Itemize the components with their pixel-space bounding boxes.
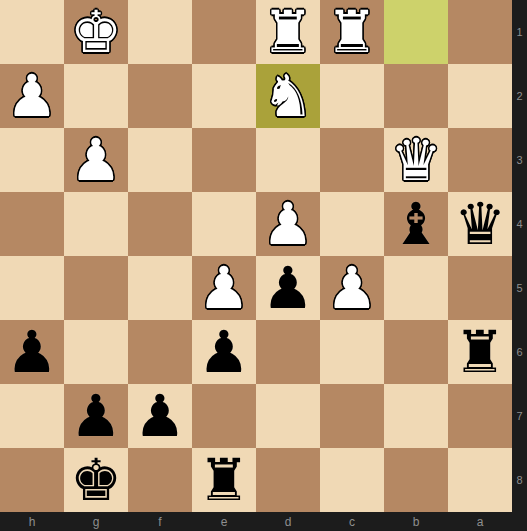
- black-rook[interactable]: ♜: [454, 320, 506, 384]
- square-g2[interactable]: [64, 64, 128, 128]
- square-a1[interactable]: [448, 0, 512, 64]
- square-g5[interactable]: [64, 256, 128, 320]
- square-b4[interactable]: ♝: [384, 192, 448, 256]
- square-g6[interactable]: [64, 320, 128, 384]
- square-e6[interactable]: ♟: [192, 320, 256, 384]
- rank-label-2: 2: [512, 64, 527, 128]
- square-h4[interactable]: [0, 192, 64, 256]
- square-c2[interactable]: [320, 64, 384, 128]
- file-label-b: b: [384, 512, 448, 531]
- black-bishop[interactable]: ♝: [390, 192, 442, 256]
- square-h2[interactable]: ♟: [0, 64, 64, 128]
- square-a2[interactable]: [448, 64, 512, 128]
- square-g3[interactable]: ♟: [64, 128, 128, 192]
- file-label-g: g: [64, 512, 128, 531]
- white-knight[interactable]: ♞: [262, 64, 314, 128]
- square-d8[interactable]: [256, 448, 320, 512]
- square-d2[interactable]: ♞: [256, 64, 320, 128]
- square-a3[interactable]: [448, 128, 512, 192]
- square-a7[interactable]: [448, 384, 512, 448]
- square-f2[interactable]: [128, 64, 192, 128]
- square-d6[interactable]: [256, 320, 320, 384]
- square-d1[interactable]: ♜: [256, 0, 320, 64]
- square-h1[interactable]: [0, 0, 64, 64]
- square-g8[interactable]: ♚: [64, 448, 128, 512]
- white-pawn[interactable]: ♟: [326, 256, 378, 320]
- rank-label-7: 7: [512, 384, 527, 448]
- square-g7[interactable]: ♟: [64, 384, 128, 448]
- square-e1[interactable]: [192, 0, 256, 64]
- square-h6[interactable]: ♟: [0, 320, 64, 384]
- rank-label-3: 3: [512, 128, 527, 192]
- black-rook[interactable]: ♜: [198, 448, 250, 512]
- rank-label-4: 4: [512, 192, 527, 256]
- white-pawn[interactable]: ♟: [198, 256, 250, 320]
- square-c1[interactable]: ♜: [320, 0, 384, 64]
- black-pawn[interactable]: ♟: [134, 384, 186, 448]
- square-f7[interactable]: ♟: [128, 384, 192, 448]
- rank-label-8: 8: [512, 448, 527, 512]
- square-a6[interactable]: ♜: [448, 320, 512, 384]
- file-label-c: c: [320, 512, 384, 531]
- square-g4[interactable]: [64, 192, 128, 256]
- file-label-h: h: [0, 512, 64, 531]
- file-label-e: e: [192, 512, 256, 531]
- white-king[interactable]: ♚: [70, 0, 122, 64]
- square-e5[interactable]: ♟: [192, 256, 256, 320]
- square-f5[interactable]: [128, 256, 192, 320]
- black-pawn[interactable]: ♟: [262, 256, 314, 320]
- square-h3[interactable]: [0, 128, 64, 192]
- square-h7[interactable]: [0, 384, 64, 448]
- rank-label-5: 5: [512, 256, 527, 320]
- square-d5[interactable]: ♟: [256, 256, 320, 320]
- coord-corner: [512, 512, 527, 531]
- square-b3[interactable]: ♛: [384, 128, 448, 192]
- rank-coordinates: 12345678: [512, 0, 527, 512]
- square-f3[interactable]: [128, 128, 192, 192]
- square-b1[interactable]: [384, 0, 448, 64]
- square-b7[interactable]: [384, 384, 448, 448]
- square-e3[interactable]: [192, 128, 256, 192]
- square-c3[interactable]: [320, 128, 384, 192]
- square-h8[interactable]: [0, 448, 64, 512]
- square-a4[interactable]: ♛: [448, 192, 512, 256]
- square-e2[interactable]: [192, 64, 256, 128]
- square-g1[interactable]: ♚: [64, 0, 128, 64]
- square-h5[interactable]: [0, 256, 64, 320]
- square-d3[interactable]: [256, 128, 320, 192]
- file-label-d: d: [256, 512, 320, 531]
- square-f6[interactable]: [128, 320, 192, 384]
- square-f4[interactable]: [128, 192, 192, 256]
- white-pawn[interactable]: ♟: [6, 64, 58, 128]
- black-king[interactable]: ♚: [70, 448, 122, 512]
- white-rook[interactable]: ♜: [262, 0, 314, 64]
- black-pawn[interactable]: ♟: [198, 320, 250, 384]
- file-label-a: a: [448, 512, 512, 531]
- square-b6[interactable]: [384, 320, 448, 384]
- file-coordinates: hgfedcba: [0, 512, 527, 531]
- square-f1[interactable]: [128, 0, 192, 64]
- white-pawn[interactable]: ♟: [262, 192, 314, 256]
- square-b2[interactable]: [384, 64, 448, 128]
- white-pawn[interactable]: ♟: [70, 128, 122, 192]
- square-e4[interactable]: [192, 192, 256, 256]
- square-d4[interactable]: ♟: [256, 192, 320, 256]
- square-c8[interactable]: [320, 448, 384, 512]
- black-pawn[interactable]: ♟: [70, 384, 122, 448]
- square-b8[interactable]: [384, 448, 448, 512]
- square-c5[interactable]: ♟: [320, 256, 384, 320]
- chess-app: ♚♜♜♟♞♟♛♟♝♛♟♟♟♟♟♜♟♟♚♜ 12345678 hgfedcba: [0, 0, 527, 531]
- rank-label-6: 6: [512, 320, 527, 384]
- white-rook[interactable]: ♜: [326, 0, 378, 64]
- black-queen[interactable]: ♛: [454, 192, 506, 256]
- square-c6[interactable]: [320, 320, 384, 384]
- file-label-f: f: [128, 512, 192, 531]
- square-b5[interactable]: [384, 256, 448, 320]
- square-f8[interactable]: [128, 448, 192, 512]
- black-pawn[interactable]: ♟: [6, 320, 58, 384]
- square-e8[interactable]: ♜: [192, 448, 256, 512]
- rank-label-1: 1: [512, 0, 527, 64]
- board-row: ♚♜♜♟♞♟♛♟♝♛♟♟♟♟♟♜♟♟♚♜ 12345678: [0, 0, 527, 512]
- square-d7[interactable]: [256, 384, 320, 448]
- white-queen[interactable]: ♛: [390, 128, 442, 192]
- square-a8[interactable]: [448, 448, 512, 512]
- square-e7[interactable]: [192, 384, 256, 448]
- square-a5[interactable]: [448, 256, 512, 320]
- square-c7[interactable]: [320, 384, 384, 448]
- square-c4[interactable]: [320, 192, 384, 256]
- chess-board: ♚♜♜♟♞♟♛♟♝♛♟♟♟♟♟♜♟♟♚♜: [0, 0, 512, 512]
